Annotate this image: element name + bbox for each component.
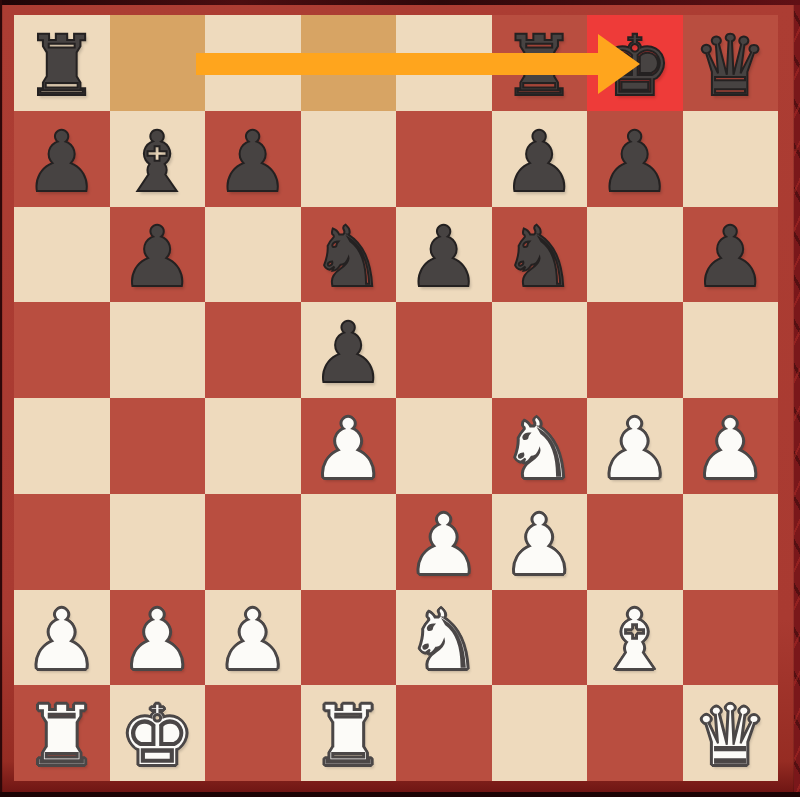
square-f4[interactable]: ♞ [492,398,588,494]
square-c2[interactable]: ♟ [205,590,301,686]
square-g7[interactable]: ♟ [587,111,683,207]
square-h1[interactable]: ♛ [683,685,779,781]
square-d1[interactable]: ♜ [301,685,397,781]
square-c8[interactable] [205,15,301,111]
top-edge-decoration [0,0,800,5]
piece-white-pawn[interactable]: ♟ [311,401,386,491]
piece-white-pawn[interactable]: ♟ [502,497,577,587]
square-g1[interactable] [587,685,683,781]
piece-white-rook[interactable]: ♜ [24,688,99,778]
square-d4[interactable]: ♟ [301,398,397,494]
piece-white-pawn[interactable]: ♟ [693,401,768,491]
piece-black-pawn[interactable]: ♟ [215,114,290,204]
square-a8[interactable]: ♜ [14,15,110,111]
piece-black-rook[interactable]: ♜ [502,18,577,108]
piece-black-knight[interactable]: ♞ [311,209,386,299]
square-c7[interactable]: ♟ [205,111,301,207]
piece-black-pawn[interactable]: ♟ [502,114,577,204]
square-a1[interactable]: ♜ [14,685,110,781]
chess-game-window: ♜♜♚♛♟♝♟♟♟♟♞♟♞♟♟♟♞♟♟♟♟♟♟♟♞♝♜♚♜♛ [0,0,800,797]
bottom-edge-decoration [0,792,800,797]
piece-black-pawn[interactable]: ♟ [597,114,672,204]
square-f2[interactable] [492,590,588,686]
square-g6[interactable] [587,207,683,303]
chess-board[interactable]: ♜♜♚♛♟♝♟♟♟♟♞♟♞♟♟♟♞♟♟♟♟♟♟♟♞♝♜♚♜♛ [14,15,778,781]
square-e3[interactable]: ♟ [396,494,492,590]
piece-white-rook[interactable]: ♜ [311,688,386,778]
square-d2[interactable] [301,590,397,686]
left-edge-decoration [0,0,2,797]
piece-white-knight[interactable]: ♞ [406,592,481,682]
piece-white-pawn[interactable]: ♟ [24,592,99,682]
piece-white-pawn[interactable]: ♟ [120,592,195,682]
square-g3[interactable] [587,494,683,590]
piece-black-pawn[interactable]: ♟ [120,209,195,299]
square-e5[interactable] [396,302,492,398]
square-h2[interactable] [683,590,779,686]
piece-black-pawn[interactable]: ♟ [311,305,386,395]
square-c6[interactable] [205,207,301,303]
piece-black-king[interactable]: ♚ [597,18,672,108]
square-a7[interactable]: ♟ [14,111,110,207]
piece-black-bishop[interactable]: ♝ [120,114,195,204]
square-b2[interactable]: ♟ [110,590,206,686]
square-a3[interactable] [14,494,110,590]
square-a6[interactable] [14,207,110,303]
square-c4[interactable] [205,398,301,494]
square-f5[interactable] [492,302,588,398]
square-g8[interactable]: ♚ [587,15,683,111]
square-h6[interactable]: ♟ [683,207,779,303]
square-f7[interactable]: ♟ [492,111,588,207]
square-e8[interactable] [396,15,492,111]
square-e7[interactable] [396,111,492,207]
square-b4[interactable] [110,398,206,494]
square-d7[interactable] [301,111,397,207]
square-e1[interactable] [396,685,492,781]
board-frame: ♜♜♚♛♟♝♟♟♟♟♞♟♞♟♟♟♞♟♟♟♟♟♟♟♞♝♜♚♜♛ [2,4,794,793]
square-c1[interactable] [205,685,301,781]
piece-black-rook[interactable]: ♜ [24,18,99,108]
square-d8[interactable] [301,15,397,111]
piece-black-pawn[interactable]: ♟ [406,209,481,299]
piece-white-knight[interactable]: ♞ [502,401,577,491]
square-e2[interactable]: ♞ [396,590,492,686]
square-e4[interactable] [396,398,492,494]
square-c3[interactable] [205,494,301,590]
piece-white-pawn[interactable]: ♟ [215,592,290,682]
square-b1[interactable]: ♚ [110,685,206,781]
square-a2[interactable]: ♟ [14,590,110,686]
square-h5[interactable] [683,302,779,398]
square-a4[interactable] [14,398,110,494]
square-b3[interactable] [110,494,206,590]
square-g2[interactable]: ♝ [587,590,683,686]
piece-black-pawn[interactable]: ♟ [24,114,99,204]
square-h3[interactable] [683,494,779,590]
piece-white-king[interactable]: ♚ [120,688,195,778]
square-d5[interactable]: ♟ [301,302,397,398]
piece-black-pawn[interactable]: ♟ [693,209,768,299]
square-f3[interactable]: ♟ [492,494,588,590]
square-g5[interactable] [587,302,683,398]
square-d6[interactable]: ♞ [301,207,397,303]
square-b7[interactable]: ♝ [110,111,206,207]
square-h7[interactable] [683,111,779,207]
square-a5[interactable] [14,302,110,398]
square-g4[interactable]: ♟ [587,398,683,494]
square-b5[interactable] [110,302,206,398]
square-b6[interactable]: ♟ [110,207,206,303]
square-d3[interactable] [301,494,397,590]
square-h8[interactable]: ♛ [683,15,779,111]
square-b8[interactable] [110,15,206,111]
piece-white-pawn[interactable]: ♟ [597,401,672,491]
square-f6[interactable]: ♞ [492,207,588,303]
piece-white-bishop[interactable]: ♝ [597,592,672,682]
piece-black-knight[interactable]: ♞ [502,209,577,299]
square-h4[interactable]: ♟ [683,398,779,494]
piece-white-pawn[interactable]: ♟ [406,497,481,587]
piece-black-queen[interactable]: ♛ [693,18,768,108]
square-f1[interactable] [492,685,588,781]
square-f8[interactable]: ♜ [492,15,588,111]
square-c5[interactable] [205,302,301,398]
square-e6[interactable]: ♟ [396,207,492,303]
piece-white-queen[interactable]: ♛ [693,688,768,778]
